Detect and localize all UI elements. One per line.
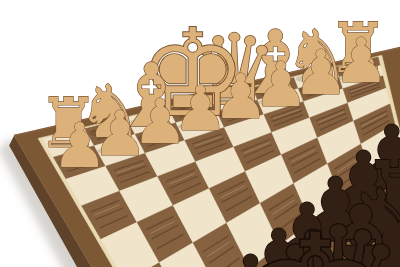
chess-set-photo: ♜♞♝♛♚♝♞♜♟♟♟♟♟♟♟♟♟♟♟♟♟♟♟♜♞♝♛♚ — [0, 0, 400, 267]
piece-black-king-e8: ♚ — [232, 195, 399, 267]
piece-white-pawn-h2: ♟ — [52, 110, 107, 182]
board-render: ♜♞♝♛♚♝♞♜♟♟♟♟♟♟♟♟♟♟♟♟♟♟♟♜♞♝♛♚ — [0, 0, 400, 267]
